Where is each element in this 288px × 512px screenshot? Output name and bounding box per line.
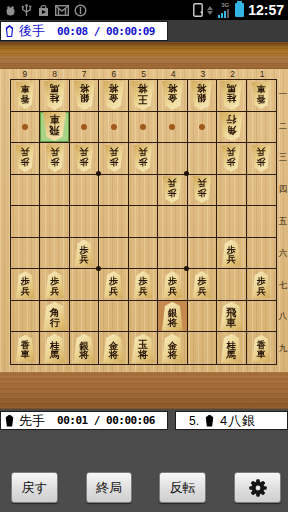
piece-king-sente[interactable]: 玉将 bbox=[129, 334, 156, 363]
app-icon bbox=[5, 5, 16, 16]
piece-pawn-gote[interactable]: 歩兵 bbox=[132, 145, 154, 172]
piece-pawn-gote[interactable]: 歩兵 bbox=[250, 145, 272, 172]
gote-label: 後手 bbox=[19, 22, 45, 40]
piece-silver-sente[interactable]: 銀将 bbox=[160, 302, 185, 331]
square-6-3[interactable]: 歩兵 bbox=[99, 143, 128, 175]
square-8-2[interactable]: 飛車 bbox=[40, 112, 69, 144]
square-6-6[interactable] bbox=[99, 238, 128, 270]
end-game-button[interactable]: 終局 bbox=[86, 472, 132, 503]
piece-silver-gote[interactable]: 銀将 bbox=[189, 81, 214, 110]
move-display: 5. 4八銀 bbox=[175, 411, 288, 430]
square-1-4[interactable] bbox=[247, 175, 276, 207]
piece-pawn-sente[interactable]: 歩兵 bbox=[250, 271, 272, 298]
move-hint-dot[interactable] bbox=[199, 124, 205, 130]
square-7-9[interactable]: 銀将 bbox=[70, 332, 99, 364]
black-shogi-piece-icon bbox=[204, 415, 215, 427]
file-label: 6 bbox=[99, 69, 129, 79]
square-2-5[interactable] bbox=[217, 206, 246, 238]
square-1-6[interactable] bbox=[247, 238, 276, 270]
piece-gold-sente[interactable]: 金将 bbox=[160, 334, 185, 363]
square-3-4[interactable]: 歩兵 bbox=[188, 175, 217, 207]
square-5-6[interactable] bbox=[129, 238, 158, 270]
rank-label: 九 bbox=[278, 333, 288, 365]
sente-clock: 00:01 / 00:00:06 bbox=[57, 414, 167, 427]
square-1-5[interactable] bbox=[247, 206, 276, 238]
rank-label: 六 bbox=[278, 238, 288, 270]
piece-silver-gote[interactable]: 銀将 bbox=[72, 81, 97, 110]
network-type-label: 3G bbox=[221, 2, 229, 8]
battery-icon bbox=[235, 3, 244, 17]
square-7-3[interactable]: 歩兵 bbox=[70, 143, 99, 175]
undo-button[interactable]: 戻す bbox=[11, 472, 58, 503]
square-8-8[interactable]: 角行 bbox=[40, 301, 69, 333]
gote-player-bar: 後手 00:08 / 00:00:09 bbox=[0, 20, 288, 42]
square-4-7[interactable]: 歩兵 bbox=[158, 269, 187, 301]
sente-info-box: 先手 00:01 / 00:00:06 bbox=[0, 411, 168, 430]
square-8-6[interactable] bbox=[40, 238, 69, 270]
rank-label: 七 bbox=[278, 270, 288, 302]
status-bar: 3G 12:57 bbox=[0, 0, 288, 20]
notification-icons bbox=[0, 4, 87, 17]
rank-label: 八 bbox=[278, 301, 288, 333]
piece-pawn-gote[interactable]: 歩兵 bbox=[191, 176, 213, 203]
square-7-7[interactable] bbox=[70, 269, 99, 301]
square-5-7[interactable]: 歩兵 bbox=[129, 269, 158, 301]
square-4-1[interactable]: 金将 bbox=[158, 80, 187, 112]
piece-pawn-gote[interactable]: 歩兵 bbox=[103, 145, 125, 172]
piece-pawn-gote[interactable]: 歩兵 bbox=[44, 145, 66, 172]
square-4-4[interactable]: 歩兵 bbox=[158, 175, 187, 207]
square-7-5[interactable] bbox=[70, 206, 99, 238]
square-6-5[interactable] bbox=[99, 206, 128, 238]
alert-icon bbox=[74, 4, 87, 17]
square-3-3[interactable] bbox=[188, 143, 217, 175]
square-3-1[interactable]: 銀将 bbox=[188, 80, 217, 112]
sente-label: 先手 bbox=[19, 412, 45, 430]
piece-rook-sente[interactable]: 飛車 bbox=[218, 302, 245, 331]
board-frame-top bbox=[0, 42, 288, 69]
square-6-4[interactable] bbox=[99, 175, 128, 207]
square-1-1[interactable]: 香車 bbox=[247, 80, 276, 112]
move-text: 4八銀 bbox=[220, 412, 256, 430]
white-shogi-piece-icon bbox=[4, 25, 15, 37]
star-point bbox=[96, 171, 101, 176]
square-9-3[interactable]: 歩兵 bbox=[11, 143, 40, 175]
square-9-2[interactable] bbox=[11, 112, 40, 144]
square-4-9[interactable]: 金将 bbox=[158, 332, 187, 364]
move-hint-dot[interactable] bbox=[169, 124, 175, 130]
square-1-7[interactable]: 歩兵 bbox=[247, 269, 276, 301]
square-2-8[interactable]: 飛車 bbox=[217, 301, 246, 333]
piece-pawn-sente[interactable]: 歩兵 bbox=[191, 271, 213, 298]
flip-board-button[interactable]: 反転 bbox=[159, 472, 206, 503]
piece-lance-sente[interactable]: 香車 bbox=[250, 335, 272, 362]
board-surface: 987654321 一二三四五六七八九 香車桂馬銀将金将王将金将銀将桂馬香車飛車… bbox=[0, 69, 288, 372]
square-7-2[interactable] bbox=[70, 112, 99, 144]
piece-pawn-sente[interactable]: 歩兵 bbox=[161, 271, 183, 298]
usb-icon bbox=[21, 4, 32, 17]
piece-pawn-sente[interactable]: 歩兵 bbox=[14, 271, 36, 298]
square-3-5[interactable] bbox=[188, 206, 217, 238]
square-4-3[interactable] bbox=[158, 143, 187, 175]
rank-label: 四 bbox=[278, 174, 288, 206]
square-3-7[interactable]: 歩兵 bbox=[188, 269, 217, 301]
move-hint-dot[interactable] bbox=[140, 124, 146, 130]
piece-knight-sente[interactable]: 桂馬 bbox=[219, 334, 244, 363]
move-hint-dot[interactable] bbox=[111, 124, 117, 130]
rank-labels: 一二三四五六七八九 bbox=[278, 79, 288, 365]
settings-button[interactable] bbox=[234, 472, 281, 503]
black-shogi-piece-icon bbox=[4, 415, 15, 427]
sente-player-bar: 先手 00:01 / 00:00:06 5. 4八銀 bbox=[0, 409, 288, 432]
move-hint-dot[interactable] bbox=[81, 124, 87, 130]
square-9-6[interactable] bbox=[11, 238, 40, 270]
star-point bbox=[96, 266, 101, 271]
square-9-9[interactable]: 香車 bbox=[11, 332, 40, 364]
square-1-8[interactable] bbox=[247, 301, 276, 333]
square-3-9[interactable] bbox=[188, 332, 217, 364]
signal-icon: 3G bbox=[218, 2, 229, 18]
file-label: 7 bbox=[69, 69, 99, 79]
move-number: 5. bbox=[189, 414, 199, 428]
piece-pawn-gote[interactable]: 歩兵 bbox=[73, 145, 95, 172]
square-9-7[interactable]: 歩兵 bbox=[11, 269, 40, 301]
square-5-2[interactable] bbox=[129, 112, 158, 144]
square-6-7[interactable]: 歩兵 bbox=[99, 269, 128, 301]
data-activity-icon bbox=[207, 6, 213, 15]
square-2-1[interactable]: 桂馬 bbox=[217, 80, 246, 112]
square-2-4[interactable] bbox=[217, 175, 246, 207]
square-6-1[interactable]: 金将 bbox=[99, 80, 128, 112]
gear-icon bbox=[247, 477, 269, 499]
piece-pawn-sente[interactable]: 歩兵 bbox=[44, 271, 66, 298]
square-8-4[interactable] bbox=[40, 175, 69, 207]
square-4-5[interactable] bbox=[158, 206, 187, 238]
square-4-2[interactable] bbox=[158, 112, 187, 144]
square-8-7[interactable]: 歩兵 bbox=[40, 269, 69, 301]
piece-gold-sente[interactable]: 金将 bbox=[101, 334, 126, 363]
square-7-4[interactable] bbox=[70, 175, 99, 207]
device-icon bbox=[193, 3, 203, 17]
piece-gold-gote[interactable]: 金将 bbox=[160, 81, 185, 110]
square-6-8[interactable] bbox=[99, 301, 128, 333]
file-label: 4 bbox=[158, 69, 188, 79]
piece-knight-sente[interactable]: 桂馬 bbox=[42, 334, 67, 363]
piece-silver-sente[interactable]: 銀将 bbox=[72, 334, 97, 363]
clock-time: 12:57 bbox=[248, 2, 284, 18]
piece-rook-gote[interactable]: 飛車 bbox=[41, 112, 68, 141]
square-8-5[interactable] bbox=[40, 206, 69, 238]
square-8-3[interactable]: 歩兵 bbox=[40, 143, 69, 175]
rank-label: 三 bbox=[278, 143, 288, 175]
square-9-8[interactable] bbox=[11, 301, 40, 333]
square-5-8[interactable] bbox=[129, 301, 158, 333]
star-point bbox=[184, 266, 189, 271]
square-9-4[interactable] bbox=[11, 175, 40, 207]
shogi-app-screen: 3G 12:57 後手 00:08 / 00:00:09 987654321 一… bbox=[0, 0, 288, 512]
square-3-6[interactable] bbox=[188, 238, 217, 270]
rank-label: 五 bbox=[278, 206, 288, 238]
board-grid: 香車桂馬銀将金将王将金将銀将桂馬香車飛車角行歩兵歩兵歩兵歩兵歩兵歩兵歩兵歩兵歩兵… bbox=[10, 79, 277, 365]
square-4-6[interactable] bbox=[158, 238, 187, 270]
square-9-5[interactable] bbox=[11, 206, 40, 238]
square-5-1[interactable]: 王将 bbox=[129, 80, 158, 112]
shogi-board: 987654321 一二三四五六七八九 香車桂馬銀将金将王将金将銀将桂馬香車飛車… bbox=[0, 42, 288, 409]
piece-king-gote[interactable]: 王将 bbox=[129, 81, 156, 110]
square-8-1[interactable]: 桂馬 bbox=[40, 80, 69, 112]
piece-pawn-gote[interactable]: 歩兵 bbox=[14, 145, 36, 172]
square-2-2[interactable]: 角行 bbox=[217, 112, 246, 144]
piece-lance-sente[interactable]: 香車 bbox=[14, 335, 36, 362]
file-label: 2 bbox=[218, 69, 248, 79]
piece-pawn-gote[interactable]: 歩兵 bbox=[161, 176, 183, 203]
file-labels: 987654321 bbox=[10, 69, 277, 79]
file-label: 9 bbox=[10, 69, 40, 79]
square-2-3[interactable]: 歩兵 bbox=[217, 143, 246, 175]
square-1-9[interactable]: 香車 bbox=[247, 332, 276, 364]
piece-pawn-gote[interactable]: 歩兵 bbox=[220, 145, 242, 172]
file-label: 5 bbox=[129, 69, 159, 79]
square-8-9[interactable]: 桂馬 bbox=[40, 332, 69, 364]
square-6-2[interactable] bbox=[99, 112, 128, 144]
piece-bishop-sente[interactable]: 角行 bbox=[41, 302, 68, 331]
mail-icon bbox=[55, 5, 69, 16]
square-4-8[interactable]: 銀将 bbox=[158, 301, 187, 333]
control-bar: 戻す 終局 反転 bbox=[0, 432, 288, 512]
square-9-1[interactable]: 香車 bbox=[11, 80, 40, 112]
square-7-6[interactable]: 歩兵 bbox=[70, 238, 99, 270]
square-2-9[interactable]: 桂馬 bbox=[217, 332, 246, 364]
square-3-8[interactable] bbox=[188, 301, 217, 333]
square-5-9[interactable]: 玉将 bbox=[129, 332, 158, 364]
piece-knight-gote[interactable]: 桂馬 bbox=[42, 81, 67, 110]
file-label: 8 bbox=[40, 69, 70, 79]
piece-gold-gote[interactable]: 金将 bbox=[101, 81, 126, 110]
square-6-9[interactable]: 金将 bbox=[99, 332, 128, 364]
board-frame-bottom bbox=[0, 372, 288, 409]
file-label: 3 bbox=[188, 69, 218, 79]
gote-clock: 00:08 / 00:00:09 bbox=[57, 25, 167, 38]
piece-bishop-gote[interactable]: 角行 bbox=[218, 112, 245, 141]
piece-pawn-sente[interactable]: 歩兵 bbox=[132, 271, 154, 298]
star-point bbox=[184, 171, 189, 176]
square-7-8[interactable] bbox=[70, 301, 99, 333]
move-hint-dot[interactable] bbox=[22, 124, 28, 130]
square-3-2[interactable] bbox=[188, 112, 217, 144]
square-5-4[interactable] bbox=[129, 175, 158, 207]
square-2-7[interactable] bbox=[217, 269, 246, 301]
piece-lance-gote[interactable]: 香車 bbox=[250, 82, 272, 109]
piece-pawn-sente[interactable]: 歩兵 bbox=[103, 271, 125, 298]
gote-info-box: 後手 00:08 / 00:00:09 bbox=[0, 21, 168, 41]
square-1-3[interactable]: 歩兵 bbox=[247, 143, 276, 175]
square-1-2[interactable] bbox=[247, 112, 276, 144]
rank-label: 二 bbox=[278, 111, 288, 143]
square-7-1[interactable]: 銀将 bbox=[70, 80, 99, 112]
piece-pawn-sente[interactable]: 歩兵 bbox=[73, 240, 95, 267]
piece-lance-gote[interactable]: 香車 bbox=[14, 82, 36, 109]
file-label: 1 bbox=[247, 69, 277, 79]
square-5-3[interactable]: 歩兵 bbox=[129, 143, 158, 175]
square-5-5[interactable] bbox=[129, 206, 158, 238]
rank-label: 一 bbox=[278, 79, 288, 111]
piece-knight-gote[interactable]: 桂馬 bbox=[219, 81, 244, 110]
piece-pawn-sente[interactable]: 歩兵 bbox=[220, 240, 242, 267]
play-store-icon bbox=[37, 4, 50, 17]
square-2-6[interactable]: 歩兵 bbox=[217, 238, 246, 270]
